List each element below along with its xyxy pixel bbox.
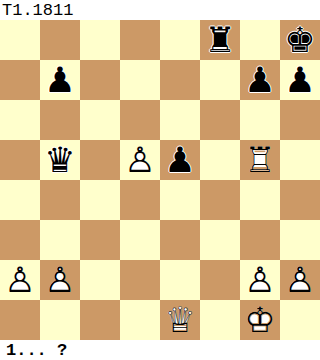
piece-white-pawn-fill: ♟ [120, 140, 160, 180]
square-b5[interactable]: ♛ [40, 140, 80, 180]
square-b8[interactable] [40, 20, 80, 60]
piece-white-pawn-fill: ♟ [280, 260, 320, 300]
piece-white-pawn-fill: ♟ [40, 260, 80, 300]
piece-white-pawn-fill: ♟ [240, 260, 280, 300]
piece-white-queen: ♕ [160, 300, 200, 340]
square-f8[interactable]: ♜ [200, 20, 240, 60]
piece-white-pawn: ♙ [280, 260, 320, 300]
square-c5[interactable] [80, 140, 120, 180]
square-f3[interactable] [200, 220, 240, 260]
square-d1[interactable] [120, 300, 160, 340]
piece-black-pawn: ♟ [160, 140, 200, 180]
piece-white-king: ♔ [240, 300, 280, 340]
piece-black-queen: ♛ [40, 140, 80, 180]
square-a7[interactable] [0, 60, 40, 100]
square-f2[interactable] [200, 260, 240, 300]
square-c4[interactable] [80, 180, 120, 220]
square-b4[interactable] [40, 180, 80, 220]
square-e6[interactable] [160, 100, 200, 140]
square-c1[interactable] [80, 300, 120, 340]
piece-black-king: ♚ [280, 20, 320, 60]
square-h7[interactable]: ♟ [280, 60, 320, 100]
square-g6[interactable] [240, 100, 280, 140]
square-e5[interactable]: ♟ [160, 140, 200, 180]
square-b1[interactable] [40, 300, 80, 340]
square-d7[interactable] [120, 60, 160, 100]
square-b6[interactable] [40, 100, 80, 140]
piece-black-pawn: ♟ [40, 60, 80, 100]
square-g2[interactable]: ♟♙ [240, 260, 280, 300]
square-f5[interactable] [200, 140, 240, 180]
square-e1[interactable]: ♛♕ [160, 300, 200, 340]
square-g3[interactable] [240, 220, 280, 260]
square-e7[interactable] [160, 60, 200, 100]
square-e3[interactable] [160, 220, 200, 260]
square-e2[interactable] [160, 260, 200, 300]
square-d4[interactable] [120, 180, 160, 220]
square-c3[interactable] [80, 220, 120, 260]
square-a3[interactable] [0, 220, 40, 260]
piece-white-pawn: ♙ [40, 260, 80, 300]
square-f6[interactable] [200, 100, 240, 140]
square-h1[interactable] [280, 300, 320, 340]
square-a2[interactable]: ♟♙ [0, 260, 40, 300]
square-b3[interactable] [40, 220, 80, 260]
piece-white-pawn: ♙ [240, 260, 280, 300]
piece-black-rook: ♜ [200, 20, 240, 60]
square-g1[interactable]: ♚♔ [240, 300, 280, 340]
square-c8[interactable] [80, 20, 120, 60]
square-d5[interactable]: ♟♙ [120, 140, 160, 180]
piece-white-king-fill: ♚ [240, 300, 280, 340]
piece-white-pawn: ♙ [120, 140, 160, 180]
square-a5[interactable] [0, 140, 40, 180]
square-e8[interactable] [160, 20, 200, 60]
square-f7[interactable] [200, 60, 240, 100]
square-f1[interactable] [200, 300, 240, 340]
square-f4[interactable] [200, 180, 240, 220]
square-b7[interactable]: ♟ [40, 60, 80, 100]
square-d8[interactable] [120, 20, 160, 60]
square-a6[interactable] [0, 100, 40, 140]
square-h6[interactable] [280, 100, 320, 140]
square-c2[interactable] [80, 260, 120, 300]
square-d6[interactable] [120, 100, 160, 140]
square-b2[interactable]: ♟♙ [40, 260, 80, 300]
chess-board: ♜♚♟♟♟♛♟♙♟♜♖♟♙♟♙♟♙♟♙♛♕♚♔ [0, 20, 320, 340]
square-g7[interactable]: ♟ [240, 60, 280, 100]
square-c7[interactable] [80, 60, 120, 100]
piece-white-rook-fill: ♜ [240, 140, 280, 180]
square-e4[interactable] [160, 180, 200, 220]
piece-black-pawn: ♟ [240, 60, 280, 100]
piece-white-queen-fill: ♛ [160, 300, 200, 340]
square-g8[interactable] [240, 20, 280, 60]
square-h8[interactable]: ♚ [280, 20, 320, 60]
puzzle-title: T1.1811 [0, 0, 320, 20]
piece-black-pawn: ♟ [280, 60, 320, 100]
square-h3[interactable] [280, 220, 320, 260]
square-c6[interactable] [80, 100, 120, 140]
square-a8[interactable] [0, 20, 40, 60]
square-h2[interactable]: ♟♙ [280, 260, 320, 300]
square-h5[interactable] [280, 140, 320, 180]
square-d2[interactable] [120, 260, 160, 300]
piece-white-pawn: ♙ [0, 260, 40, 300]
square-g4[interactable] [240, 180, 280, 220]
chess-puzzle-page: T1.1811 ♜♚♟♟♟♛♟♙♟♜♖♟♙♟♙♟♙♟♙♛♕♚♔ 1... ? [0, 0, 320, 360]
square-h4[interactable] [280, 180, 320, 220]
piece-white-rook: ♖ [240, 140, 280, 180]
square-g5[interactable]: ♜♖ [240, 140, 280, 180]
move-prompt: 1... ? [0, 340, 320, 360]
square-a1[interactable] [0, 300, 40, 340]
piece-white-pawn-fill: ♟ [0, 260, 40, 300]
square-d3[interactable] [120, 220, 160, 260]
square-a4[interactable] [0, 180, 40, 220]
